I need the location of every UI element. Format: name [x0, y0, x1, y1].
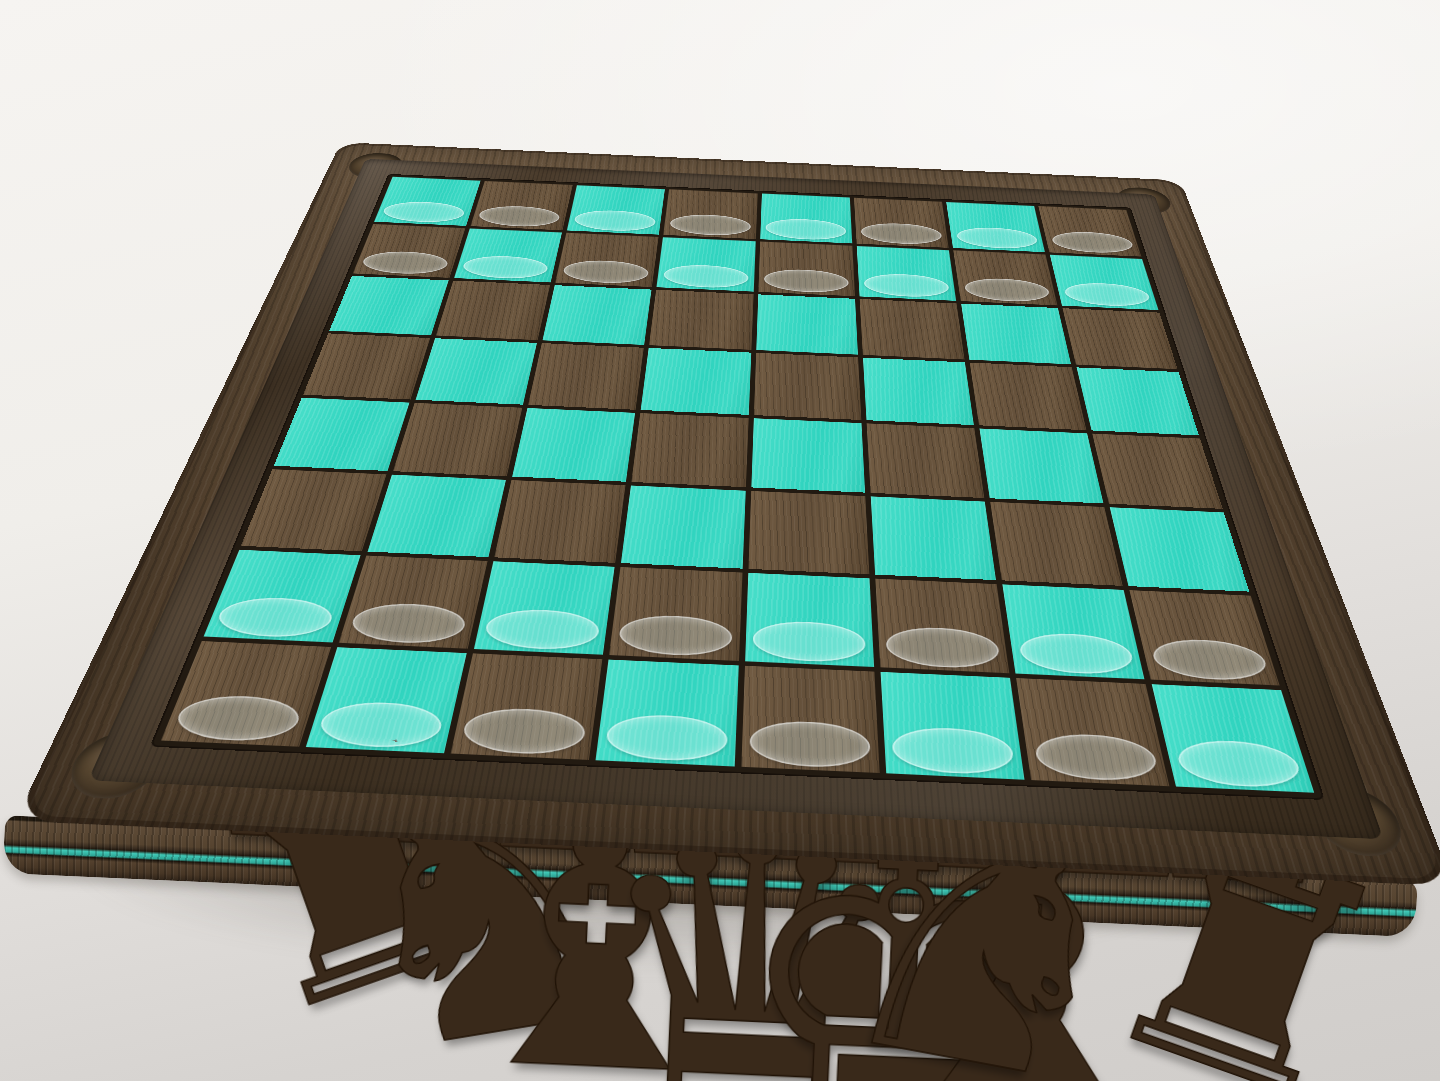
photo-scene: ♜♞♝♛♚♝♞♜♟♟♟♟♟♟♟♟♟♟♟♟♟♟♟♟♜♞♝♛♚♝♞♜: [0, 0, 1440, 1081]
square-f7: ♟: [856, 246, 955, 301]
square-g4: [979, 428, 1103, 503]
square-d1: ♛: [596, 659, 738, 766]
square-c3: [495, 480, 626, 563]
piece-base-disc: [1032, 732, 1161, 783]
square-b5: [416, 338, 537, 404]
piece-base-disc: [1149, 637, 1272, 682]
square-h6: [1062, 308, 1177, 369]
perspective-wrapper: ♜♞♝♛♚♝♞♜♟♟♟♟♟♟♟♟♟♟♟♟♟♟♟♟♜♞♝♛♚♝♞♜: [0, 0, 1440, 1081]
square-a3: [241, 469, 387, 551]
square-f6: [859, 299, 964, 360]
square-f5: [863, 358, 974, 425]
piece-base-disc: [955, 226, 1039, 250]
piece-base-disc: [864, 272, 950, 298]
square-g7: ♟: [953, 250, 1057, 305]
knight-glyph: ♞: [840, 921, 1131, 975]
square-a8: ♜: [374, 177, 481, 226]
square-e8: ♚: [760, 194, 852, 244]
square-h4: [1092, 433, 1222, 508]
square-f3: [870, 496, 995, 580]
square-e6: [756, 294, 858, 354]
square-f4: [866, 423, 984, 498]
square-e1: ♚: [741, 666, 879, 773]
square-a7: ♟: [353, 224, 466, 278]
square-d5: [641, 348, 751, 415]
square-d4: [632, 413, 749, 487]
square-c5: [528, 343, 644, 409]
piece-base-disc: [1050, 230, 1136, 254]
board-frame: ♜♞♝♛♚♝♞♜♟♟♟♟♟♟♟♟♟♟♟♟♟♟♟♟♜♞♝♛♚♝♞♜: [15, 142, 1440, 886]
square-h3: [1110, 507, 1250, 591]
square-g5: [970, 363, 1087, 430]
square-c6: [543, 285, 652, 345]
square-c7: ♟: [555, 233, 658, 287]
piece-base-disc: [749, 719, 871, 769]
square-b6: [436, 281, 550, 341]
square-f8: ♝: [854, 198, 949, 248]
square-c8: ♝: [567, 185, 665, 235]
square-b3: [368, 474, 506, 556]
square-e3: [748, 491, 869, 574]
square-d8: ♛: [663, 189, 757, 239]
square-d3: [621, 485, 745, 568]
square-b8: ♞: [471, 181, 573, 230]
square-a2: ♟: [204, 550, 361, 643]
piece-base-disc: [764, 268, 849, 294]
square-a4: [274, 397, 410, 470]
board-tilt-wrapper: ♜♞♝♛♚♝♞♜♟♟♟♟♟♟♟♟♟♟♟♟♟♟♟♟♜♞♝♛♚♝♞♜: [0, 0, 1440, 1081]
square-h7: ♟: [1050, 255, 1159, 310]
square-g6: [961, 304, 1071, 365]
chess-board: ♜♞♝♛♚♝♞♜♟♟♟♟♟♟♟♟♟♟♟♟♟♟♟♟♜♞♝♛♚♝♞♜: [15, 142, 1440, 886]
square-g2: ♟: [1002, 584, 1144, 679]
square-g3: [990, 502, 1123, 586]
piece-base-disc: [766, 217, 847, 241]
square-h8: ♜: [1038, 206, 1141, 256]
square-e4: [751, 418, 865, 492]
square-h1: ♜: [1152, 684, 1315, 793]
square-d6: [649, 290, 753, 350]
square-a6: [329, 276, 448, 335]
piece-base-disc: [1062, 281, 1152, 307]
square-g1: ♞: [1016, 678, 1169, 786]
piece-base-disc: [861, 222, 943, 246]
square-d7: ♟: [657, 237, 756, 292]
square-b4: [393, 403, 522, 477]
square-c4: [512, 408, 635, 482]
rook-glyph: ♜: [1119, 922, 1374, 1013]
square-a5: [303, 334, 430, 400]
square-f2: ♟: [875, 578, 1009, 673]
piece-base-disc: [963, 277, 1051, 303]
square-e7: ♟: [758, 242, 855, 297]
